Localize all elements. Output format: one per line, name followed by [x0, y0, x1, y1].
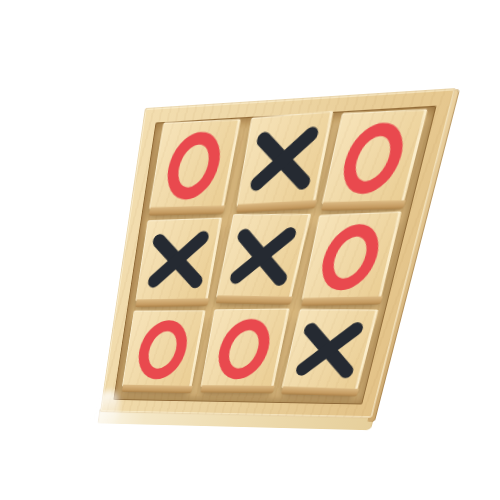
tile-side-edge: [321, 200, 406, 211]
cell-r1c2[interactable]: [232, 121, 330, 214]
tile-side-edge: [135, 298, 209, 307]
o-mark-icon: [127, 315, 201, 383]
tile-side-edge: [281, 386, 359, 396]
x-mark-icon: [141, 223, 217, 297]
tile-side-edge: [149, 206, 226, 216]
cell-r2c1[interactable]: [134, 225, 221, 308]
tile-x: [216, 214, 311, 299]
tictactoe-board: [100, 88, 456, 418]
tile-x: [135, 217, 222, 301]
tile-o: [201, 308, 290, 387]
product-photo-scene: [0, 0, 500, 500]
cell-r2c2[interactable]: [215, 222, 308, 307]
tile-o: [122, 310, 206, 387]
tile-side-edge: [215, 295, 292, 304]
tile-o: [149, 119, 241, 209]
cell-r3c2[interactable]: [199, 317, 288, 396]
tile-side-edge: [301, 296, 383, 306]
cell-r3c1[interactable]: [121, 317, 204, 394]
tile-x: [236, 111, 333, 206]
tile-side-edge: [200, 385, 275, 393]
tile-side-edge: [122, 385, 193, 394]
cell-r1c1[interactable]: [148, 126, 239, 217]
